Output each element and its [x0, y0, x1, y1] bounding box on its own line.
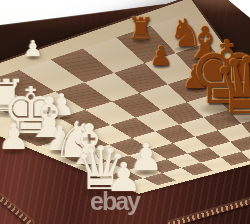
product-photo-chess-table: ♜♞♟♝♟♟♟♚♜♟♛♚♝♟♟♞♝♟♛♟ ebay	[0, 0, 250, 224]
brown-rook[interactable]: ♜	[128, 14, 155, 44]
brown-queen[interactable]: ♛	[212, 47, 250, 125]
white-pawn[interactable]: ♟	[0, 119, 30, 155]
ebay-watermark: ebay	[90, 187, 139, 216]
brown-pawn[interactable]: ♟	[149, 43, 172, 69]
white-pawn[interactable]: ♟	[23, 38, 43, 60]
